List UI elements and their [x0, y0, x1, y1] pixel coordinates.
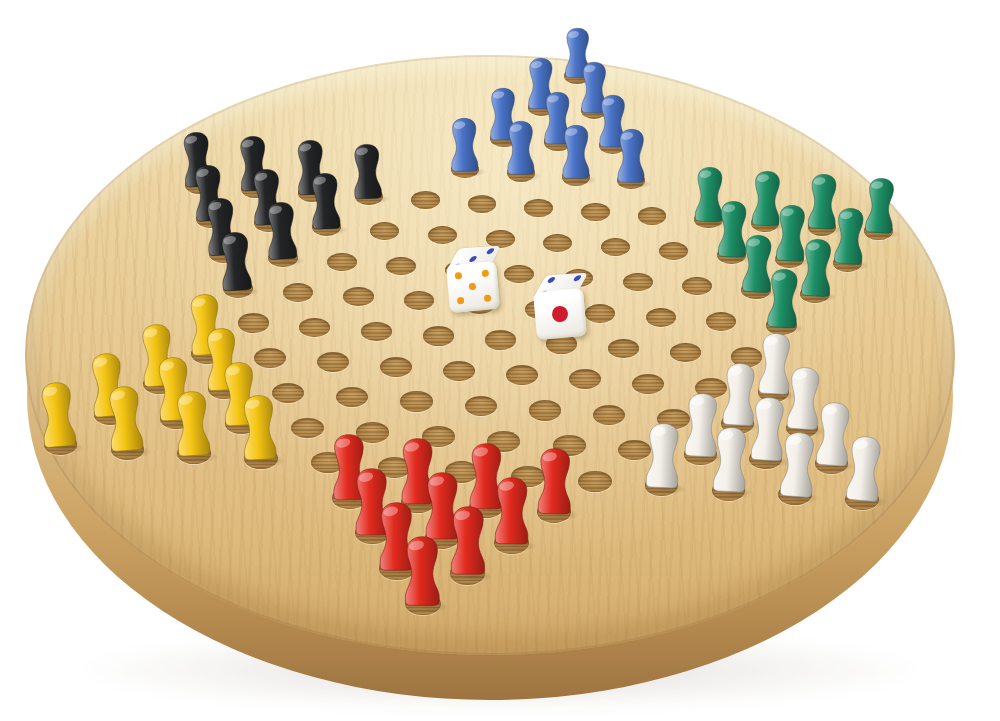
peg-white[interactable]: [707, 425, 754, 494]
board-hole[interactable]: [443, 361, 475, 381]
board-hole[interactable]: [370, 222, 399, 240]
board-hole[interactable]: [608, 339, 639, 359]
peg-white[interactable]: [640, 421, 686, 490]
peg-red[interactable]: [445, 505, 491, 576]
board-hole[interactable]: [428, 226, 457, 244]
peg-black[interactable]: [305, 171, 345, 231]
board-hole[interactable]: [578, 471, 612, 492]
peg-blue[interactable]: [558, 124, 594, 180]
peg-yellow[interactable]: [237, 393, 283, 462]
board-hole[interactable]: [670, 343, 701, 363]
board-hole[interactable]: [638, 207, 666, 225]
board-hole[interactable]: [593, 405, 625, 425]
die-pip: [484, 295, 492, 303]
board-hole[interactable]: [485, 330, 516, 350]
board-hole[interactable]: [327, 253, 357, 272]
board-hole[interactable]: [646, 308, 676, 327]
peg-blue[interactable]: [446, 116, 483, 172]
board-hole[interactable]: [380, 357, 412, 377]
board-hole[interactable]: [706, 312, 736, 331]
board-hole[interactable]: [386, 257, 416, 276]
board-hole[interactable]: [400, 391, 432, 411]
die-pip: [572, 275, 582, 281]
peg-white[interactable]: [840, 434, 889, 504]
peg-green[interactable]: [762, 267, 805, 330]
peg-yellow[interactable]: [33, 379, 82, 449]
board-hole[interactable]: [343, 287, 373, 306]
peg-red[interactable]: [399, 535, 446, 607]
board-hole[interactable]: [632, 374, 664, 394]
board-hole[interactable]: [465, 396, 497, 416]
die-pip: [469, 256, 479, 262]
peg-red[interactable]: [532, 446, 578, 515]
board-hole[interactable]: [623, 273, 653, 292]
board-hole[interactable]: [423, 326, 454, 346]
board-hole[interactable]: [581, 203, 609, 221]
die-pip: [551, 305, 568, 322]
peg-yellow[interactable]: [169, 389, 216, 458]
die-pip: [485, 248, 495, 254]
board-hole[interactable]: [524, 199, 552, 217]
peg-black[interactable]: [261, 201, 302, 262]
peg-yellow[interactable]: [101, 384, 149, 454]
peg-red[interactable]: [489, 476, 535, 546]
board-hole[interactable]: [317, 352, 349, 372]
peg-white[interactable]: [774, 429, 822, 499]
photo-background: [0, 0, 1000, 721]
die-1[interactable]: [446, 247, 494, 305]
board-hole[interactable]: [659, 242, 688, 260]
board-hole[interactable]: [682, 277, 712, 296]
peg-black[interactable]: [348, 142, 387, 200]
board-hole[interactable]: [291, 418, 324, 439]
die-pip: [481, 269, 489, 277]
die-pip: [469, 283, 477, 291]
peg-blue[interactable]: [502, 120, 538, 176]
die-pip: [457, 297, 465, 305]
die-pip: [455, 272, 463, 280]
board-hole[interactable]: [529, 400, 561, 420]
board-hole[interactable]: [585, 304, 615, 323]
board-hole[interactable]: [238, 313, 269, 333]
die-front-face: [533, 288, 587, 340]
die-2[interactable]: [533, 274, 581, 332]
board-hole[interactable]: [569, 369, 601, 389]
peg-blue[interactable]: [613, 128, 650, 184]
peg-black[interactable]: [215, 230, 258, 293]
die-front-face: [446, 261, 500, 313]
die-pip: [547, 277, 557, 283]
board-hole[interactable]: [411, 191, 439, 209]
board-hole[interactable]: [506, 365, 538, 385]
